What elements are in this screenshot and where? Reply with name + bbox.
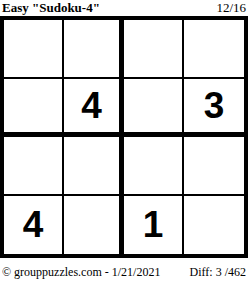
cell-r3c3[interactable] xyxy=(124,137,184,196)
copyright-text: © grouppuzzles.com - 1/21/2021 xyxy=(2,265,160,280)
sudoku-board: 4341 xyxy=(0,16,248,258)
cell-r4c1-given: 4 xyxy=(4,196,64,255)
difficulty-text: Diff: 3 /462 xyxy=(190,265,246,280)
cell-r2c2-given: 4 xyxy=(64,79,124,138)
puzzle-title: Easy "Sudoku-4" xyxy=(2,0,100,16)
cell-r1c4[interactable] xyxy=(184,20,244,79)
cell-r1c1[interactable] xyxy=(4,20,64,79)
cell-r1c2[interactable] xyxy=(64,20,124,79)
cell-r2c3[interactable] xyxy=(124,79,184,138)
cell-r4c2[interactable] xyxy=(64,196,124,255)
cell-r2c4-given: 3 xyxy=(184,79,244,138)
puzzle-page: Easy "Sudoku-4" 12/16 4341 © grouppuzzle… xyxy=(0,0,248,282)
cell-r2c1[interactable] xyxy=(4,79,64,138)
cell-r3c4[interactable] xyxy=(184,137,244,196)
cell-r1c3[interactable] xyxy=(124,20,184,79)
puzzle-counter: 12/16 xyxy=(216,0,246,16)
cell-r4c4[interactable] xyxy=(184,196,244,255)
cell-r4c3-given: 1 xyxy=(124,196,184,255)
cell-r3c2[interactable] xyxy=(64,137,124,196)
cell-r3c1[interactable] xyxy=(4,137,64,196)
